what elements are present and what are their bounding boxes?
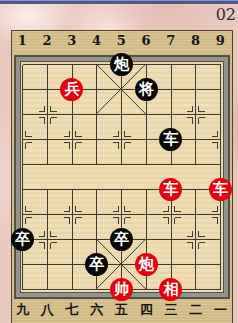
file-label: 8 — [183, 33, 208, 49]
file-label: 1 — [10, 33, 35, 49]
black-general[interactable]: 将 — [135, 78, 158, 101]
black-soldier[interactable]: 卒 — [85, 253, 108, 276]
xiangqi-app-window: 02 123456789 九八七六五四三二一 炮兵将车车车卒卒卒炮帅相 — [0, 0, 238, 323]
file-label: 二 — [183, 302, 208, 318]
file-label: 六 — [84, 302, 109, 318]
red-elephant[interactable]: 相 — [159, 278, 182, 301]
red-chariot[interactable]: 车 — [159, 178, 182, 201]
board-grid: 炮兵将车车车卒卒卒炮帅相 — [10, 52, 233, 302]
file-label: 一 — [208, 302, 233, 318]
file-label: 6 — [134, 33, 159, 49]
file-labels-top: 123456789 — [10, 33, 233, 49]
file-labels-bottom: 九八七六五四三二一 — [10, 302, 233, 318]
red-soldier[interactable]: 兵 — [60, 78, 83, 101]
file-label: 五 — [109, 302, 134, 318]
file-label: 七 — [60, 302, 85, 318]
file-label: 7 — [159, 33, 184, 49]
file-label: 八 — [35, 302, 60, 318]
black-chariot[interactable]: 车 — [159, 128, 182, 151]
black-cannon[interactable]: 炮 — [110, 53, 133, 76]
file-label: 4 — [84, 33, 109, 49]
red-general[interactable]: 帅 — [110, 278, 133, 301]
file-label: 3 — [60, 33, 85, 49]
file-label: 九 — [10, 302, 35, 318]
file-label: 5 — [109, 33, 134, 49]
red-cannon[interactable]: 炮 — [135, 253, 158, 276]
red-chariot[interactable]: 车 — [209, 178, 232, 201]
black-soldier[interactable]: 卒 — [11, 228, 34, 251]
file-label: 9 — [208, 33, 233, 49]
file-label: 四 — [134, 302, 159, 318]
black-soldier[interactable]: 卒 — [110, 228, 133, 251]
file-label: 三 — [159, 302, 184, 318]
file-label: 2 — [35, 33, 60, 49]
